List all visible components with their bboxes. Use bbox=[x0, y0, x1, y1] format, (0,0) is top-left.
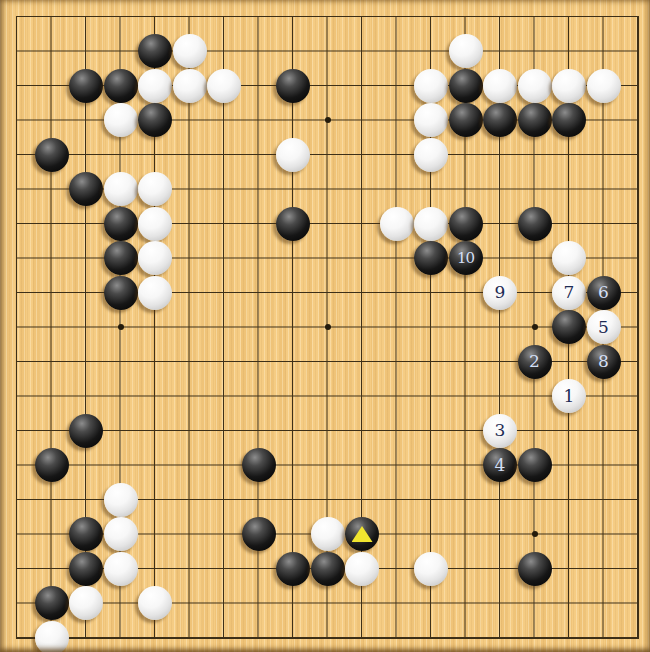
stone-white bbox=[173, 34, 207, 68]
go-board[interactable]: 10976528134 bbox=[0, 0, 650, 652]
stone-black: 8 bbox=[587, 345, 621, 379]
stone-white: 3 bbox=[483, 414, 517, 448]
stone-black bbox=[69, 414, 103, 448]
stone-white bbox=[138, 241, 172, 275]
stone-white bbox=[552, 69, 586, 103]
stone-white bbox=[104, 517, 138, 551]
move-number-label: 1 bbox=[564, 388, 575, 405]
stone-black: 2 bbox=[518, 345, 552, 379]
stone-white: 1 bbox=[552, 379, 586, 413]
stone-white bbox=[104, 483, 138, 517]
star-point bbox=[118, 324, 124, 330]
stone-black bbox=[518, 207, 552, 241]
stone-white bbox=[414, 103, 448, 137]
stone-black bbox=[242, 517, 276, 551]
stone-black bbox=[104, 207, 138, 241]
stone-black bbox=[276, 552, 310, 586]
stone-white: 5 bbox=[587, 310, 621, 344]
move-number-label: 7 bbox=[564, 284, 575, 301]
stone-white bbox=[138, 69, 172, 103]
move-number-label: 8 bbox=[598, 353, 609, 370]
stone-black bbox=[35, 448, 69, 482]
move-number-label: 2 bbox=[529, 353, 540, 370]
move-number-label: 6 bbox=[598, 284, 609, 301]
stone-black bbox=[518, 448, 552, 482]
stone-white bbox=[104, 172, 138, 206]
stone-white bbox=[138, 586, 172, 620]
stone-black bbox=[311, 552, 345, 586]
stone-white bbox=[414, 207, 448, 241]
stone-black bbox=[552, 310, 586, 344]
stone-black: 4 bbox=[483, 448, 517, 482]
star-point bbox=[532, 531, 538, 537]
star-point bbox=[325, 117, 331, 123]
stone-black bbox=[449, 69, 483, 103]
stone-black bbox=[449, 103, 483, 137]
star-point bbox=[325, 324, 331, 330]
stone-black bbox=[483, 103, 517, 137]
star-point bbox=[532, 324, 538, 330]
stone-black bbox=[242, 448, 276, 482]
stone-white bbox=[311, 517, 345, 551]
move-number-label: 4 bbox=[495, 457, 506, 474]
stone-white bbox=[380, 207, 414, 241]
stone-black bbox=[518, 552, 552, 586]
stone-white bbox=[104, 552, 138, 586]
stone-black: 10 bbox=[449, 241, 483, 275]
stone-black bbox=[104, 241, 138, 275]
stone-black bbox=[35, 138, 69, 172]
stone-white: 7 bbox=[552, 276, 586, 310]
move-number-label: 10 bbox=[457, 251, 474, 266]
stone-black bbox=[276, 207, 310, 241]
stone-black bbox=[138, 34, 172, 68]
stone-white bbox=[173, 69, 207, 103]
stone-white bbox=[345, 552, 379, 586]
stone-white bbox=[483, 69, 517, 103]
stone-black bbox=[104, 69, 138, 103]
stone-black bbox=[449, 207, 483, 241]
move-number-label: 5 bbox=[598, 319, 609, 336]
stone-white bbox=[138, 276, 172, 310]
stone-black bbox=[69, 552, 103, 586]
stone-white bbox=[414, 552, 448, 586]
stone-black bbox=[69, 517, 103, 551]
stone-white bbox=[414, 138, 448, 172]
stone-white: 9 bbox=[483, 276, 517, 310]
stone-black bbox=[35, 586, 69, 620]
triangle-marker-icon bbox=[352, 526, 373, 542]
stone-black bbox=[276, 69, 310, 103]
stone-black bbox=[345, 517, 379, 551]
stone-black bbox=[104, 276, 138, 310]
stone-white bbox=[449, 34, 483, 68]
stone-white bbox=[276, 138, 310, 172]
stone-white bbox=[104, 103, 138, 137]
stone-black bbox=[414, 241, 448, 275]
move-number-label: 3 bbox=[495, 422, 506, 439]
stone-white bbox=[69, 586, 103, 620]
stone-white bbox=[587, 69, 621, 103]
stone-black bbox=[138, 103, 172, 137]
stone-white bbox=[35, 621, 69, 652]
stone-white bbox=[207, 69, 241, 103]
stone-white bbox=[552, 241, 586, 275]
stone-white bbox=[518, 69, 552, 103]
stone-black bbox=[69, 172, 103, 206]
stone-white bbox=[414, 69, 448, 103]
stone-black bbox=[518, 103, 552, 137]
stone-black bbox=[552, 103, 586, 137]
stone-black bbox=[69, 69, 103, 103]
move-number-label: 9 bbox=[495, 284, 506, 301]
stone-black: 6 bbox=[587, 276, 621, 310]
stone-white bbox=[138, 207, 172, 241]
stone-white bbox=[138, 172, 172, 206]
